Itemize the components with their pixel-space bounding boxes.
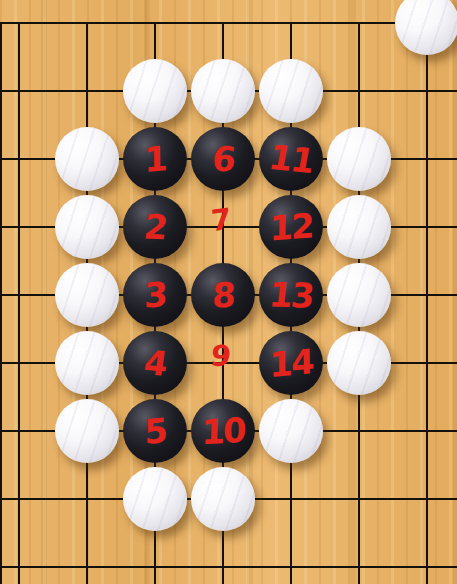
black-stone[interactable] [191, 399, 255, 463]
white-stone[interactable] [191, 467, 255, 531]
black-stone[interactable] [259, 263, 323, 327]
white-stone[interactable] [259, 399, 323, 463]
white-stone[interactable] [55, 195, 119, 259]
black-stone[interactable] [123, 399, 187, 463]
grid-line-horizontal [0, 22, 457, 24]
move-number-annotation: 9 [183, 322, 257, 391]
grid-line-horizontal [0, 566, 457, 568]
white-stone[interactable] [55, 399, 119, 463]
grid-line-vertical [18, 22, 20, 584]
white-stone[interactable] [327, 331, 391, 395]
black-stone[interactable] [191, 263, 255, 327]
white-stone[interactable] [327, 263, 391, 327]
white-stone[interactable] [395, 0, 457, 55]
go-board[interactable]: 1234567891011121314 [0, 0, 457, 584]
grid-line-vertical [426, 22, 428, 584]
black-stone[interactable] [123, 127, 187, 191]
white-stone[interactable] [123, 467, 187, 531]
white-stone[interactable] [123, 59, 187, 123]
black-stone[interactable] [259, 195, 323, 259]
black-stone[interactable] [259, 331, 323, 395]
move-number-annotation: 7 [186, 184, 254, 257]
black-stone[interactable] [191, 127, 255, 191]
white-stone[interactable] [55, 263, 119, 327]
black-stone[interactable] [123, 331, 187, 395]
grid-line-vertical-partial-left [0, 22, 2, 584]
white-stone[interactable] [259, 59, 323, 123]
white-stone[interactable] [191, 59, 255, 123]
black-stone[interactable] [123, 195, 187, 259]
white-stone[interactable] [327, 127, 391, 191]
go-board-screenshot: 1234567891011121314 [0, 0, 457, 584]
black-stone[interactable] [123, 263, 187, 327]
black-stone[interactable] [259, 127, 323, 191]
white-stone[interactable] [55, 127, 119, 191]
white-stone[interactable] [55, 331, 119, 395]
white-stone[interactable] [327, 195, 391, 259]
